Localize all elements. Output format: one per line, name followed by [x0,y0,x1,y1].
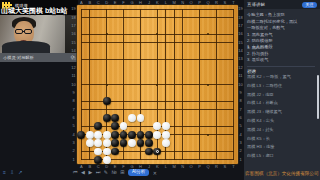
stone-white-B3 [86,139,94,147]
stone-black-D6 [103,114,111,122]
info-panel: 直播讲解 关注 今晚主题：角上攻防白棋二路托过的变化，黑以一路扳应对，先数气1.… [244,0,320,180]
stone-white-H6 [137,114,145,122]
star-point-Q4 [207,134,209,136]
move-list: 黑棋 K2：一路扳，紧气白棋 L3：二路挡住黑棋 J2：连回白棋 L4：补断点黑… [247,74,313,162]
coord-row-right-9: 9 [239,91,241,95]
stone-white-C4 [94,131,102,139]
coord-row-left-8: 8 [72,99,74,103]
coord-row-right-8: 8 [239,99,241,103]
coord-row-left-16: 16 [71,32,75,36]
coord-row-left-7: 7 [72,108,74,112]
stone-black-F4 [120,131,128,139]
coord-row-right-3: 3 [239,141,241,145]
tip-line: 1. 点入的手段 [247,44,315,51]
coord-row-left-4: 4 [72,133,74,137]
coord-col-top-D: D [105,1,108,5]
coord-col-top-R: R [215,1,218,5]
coord-row-left-3: 3 [72,141,74,145]
coord-row-right-11: 11 [238,74,242,78]
coord-row-left-18: 18 [71,16,75,20]
coord-row-left-17: 17 [71,24,75,28]
move-entry: 黑棋 H3：连接 [247,144,313,150]
coord-row-right-17: 17 [238,24,242,28]
coord-row-right-2: 2 [239,149,241,153]
coord-row-left-12: 12 [71,66,75,70]
coord-row-right-16: 16 [238,32,242,36]
first-move-icon[interactable]: ⏮ [73,168,78,177]
coord-row-right-14: 14 [238,49,242,53]
coord-row-left-14: 14 [71,49,75,53]
record-title: 棋谱 [247,66,315,74]
coord-row-right-13: 13 [238,57,242,61]
panel-scrollbar[interactable] [317,75,319,119]
coord-row-right-5: 5 [239,124,241,128]
prev-move-icon[interactable]: ◀ [81,168,85,177]
coord-col-bottom-R: R [215,165,218,169]
coord-col-top-K: K [156,1,159,5]
follow-button[interactable]: 关注 [302,2,317,8]
glasses-bridge [22,31,25,32]
coord-row-left-6: 6 [72,116,74,120]
tip-line: 3. 最后收气 [247,57,315,64]
coord-col-top-M: M [173,1,176,5]
edit-icon[interactable]: ✎ [104,168,108,177]
coord-col-top-Q: Q [206,1,209,5]
coord-col-bottom-S: S [224,165,227,169]
coord-row-left-10: 10 [71,83,75,87]
stone-black-J3 [145,139,153,147]
move-entry: 黑棋 J4：封头 [247,127,313,133]
territory-icon[interactable]: ⊞ [120,168,124,177]
coord-col-bottom-O: O [190,165,193,169]
stone-black-C1 [94,156,102,164]
coord-row-right-12: 12 [238,66,242,70]
coord-row-left-1: 1 [72,158,74,162]
stone-black-E4 [111,131,119,139]
star-point-D10 [106,84,108,86]
stone-white-D2 [103,148,111,156]
move-entry: 白棋 K4：出头 [247,118,313,124]
go-board[interactable] [77,5,238,164]
move-numbers-icon[interactable]: № [111,168,116,177]
stone-black-E6 [111,114,119,122]
coord-row-right-15: 15 [238,41,242,45]
coord-row-right-19: 19 [238,7,242,11]
coord-row-left-9: 9 [72,91,74,95]
move-entry: 白棋 K5：长 [247,136,313,142]
streamer-body [2,41,50,53]
coord-col-top-J: J [148,1,150,5]
webcam-panel: 棋球僧 山城大笑围棋 b站b站 小棋灵·对局解析 ⟳ [0,0,78,62]
stream-slogan: 山城大笑围棋 b站b站 [1,6,78,16]
download-icon[interactable]: ⇩ [10,169,14,176]
stone-white-L4 [162,131,170,139]
coord-row-right-6: 6 [239,116,241,120]
move-entry: 白棋 L4：补断点 [247,100,313,106]
panel-header: 直播讲解 关注 [244,0,320,9]
left-toolbar: ≡⇩↗ [3,169,22,176]
ai-analysis-button[interactable]: AI分析 [128,169,149,177]
tip-line: 2. 扑与倒扑 [247,51,315,58]
coord-col-top-T: T [232,1,234,5]
coord-col-top-F: F [122,1,124,5]
stone-white-K4 [153,131,161,139]
stone-white-D1 [103,156,111,164]
stone-white-L3 [162,139,170,147]
move-entry: 白棋 L3：二路挡住 [247,83,313,89]
review-toolbar: ⏮◀▶⏭✎№⊞AI分析✕ [73,168,157,177]
stone-white-L5 [162,122,170,130]
coord-row-right-4: 4 [239,133,241,137]
stone-white-G6 [128,114,136,122]
company-credit: 弈客围棋（北京）文化传播有限公司 [245,170,319,176]
share-icon[interactable]: ↗ [18,169,22,176]
coord-col-bottom-N: N [181,165,184,169]
coord-row-left-13: 13 [71,57,75,61]
video-caption: 小棋灵·对局解析 [0,53,78,62]
coord-col-top-N: N [181,1,184,5]
stone-white-B4 [86,131,94,139]
panel-title: 直播讲解 [244,2,302,7]
coord-col-top-O: O [190,1,193,5]
coord-col-top-S: S [224,1,227,5]
next-move-icon[interactable]: ▶ [88,168,92,177]
coord-col-top-G: G [130,1,133,5]
last-move-icon[interactable]: ⏭ [96,168,101,177]
app-window: 棋球僧 山城大笑围棋 b站b站 小棋灵·对局解析 ⟳ AABBCCDDEEFFG… [0,0,320,180]
stone-white-C3 [94,139,102,147]
coord-col-top-L: L [165,1,167,5]
glasses-icon [24,29,32,34]
stone-white-D4 [103,131,111,139]
coord-col-top-H: H [139,1,142,5]
move-entry: 黑棋 K2：一路扳，紧气 [247,74,313,80]
stone-black-E3 [111,139,119,147]
coord-col-bottom-Q: Q [206,165,209,169]
stone-black-D8 [103,97,111,105]
move-entry: 黑棋 J3：继续紧气 [247,109,313,115]
move-entry: 黑棋 J2：连回 [247,92,313,98]
move-entry: 白棋 L5：虎口 [247,153,313,159]
coord-row-right-10: 10 [238,83,242,87]
close-icon[interactable]: ✕ [153,170,157,176]
coord-row-left-11: 11 [71,74,75,78]
stone-black-G4 [128,131,136,139]
stone-black-J2 [145,148,153,156]
coord-col-bottom-L: L [165,165,167,169]
coord-col-top-C: C [97,1,100,5]
stone-black-A4 [77,131,85,139]
coord-row-left-2: 2 [72,149,74,153]
coord-col-bottom-M: M [173,165,176,169]
coord-row-right-7: 7 [239,108,241,112]
coord-row-right-1: 1 [239,158,241,162]
stone-black-J4 [145,131,153,139]
coord-col-top-P: P [198,1,201,5]
coord-col-bottom-T: T [232,165,234,169]
last-move-marker [156,150,160,154]
coord-col-top-A: A [80,1,83,5]
lecture-tips: 1. 点入的手段2. 扑与倒扑3. 最后收气 [247,44,315,64]
stone-white-G3 [128,139,136,147]
menu-icon[interactable]: ≡ [3,169,6,176]
coord-col-top-B: B [88,1,91,5]
coord-col-bottom-P: P [198,165,201,169]
stone-white-D3 [103,139,111,147]
stone-black-H4 [137,131,145,139]
coord-row-right-18: 18 [238,16,242,20]
coord-row-left-15: 15 [71,41,75,45]
coord-col-top-E: E [114,1,117,5]
coord-row-left-5: 5 [72,124,74,128]
webcam-video [0,15,78,53]
star-point-Q10 [207,84,209,86]
